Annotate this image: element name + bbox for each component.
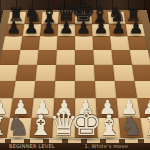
square-g2[interactable] [116, 98, 140, 117]
square-b6[interactable] [20, 36, 40, 50]
square-f7[interactable] [92, 24, 110, 37]
square-g5[interactable] [111, 50, 132, 65]
square-c5[interactable] [37, 50, 57, 65]
square-g4[interactable] [113, 65, 134, 81]
square-c8[interactable] [41, 12, 58, 24]
square-f6[interactable] [93, 36, 112, 50]
square-a7[interactable] [5, 24, 24, 37]
square-h5[interactable] [130, 50, 150, 65]
square-e1[interactable] [75, 118, 98, 139]
square-b3[interactable] [13, 81, 36, 99]
square-e6[interactable] [75, 36, 93, 50]
square-c1[interactable] [29, 118, 53, 139]
square-d5[interactable] [56, 50, 75, 65]
square-b7[interactable] [22, 24, 41, 37]
square-d1[interactable] [52, 118, 75, 139]
square-d3[interactable] [54, 81, 75, 99]
square-d4[interactable] [55, 65, 75, 81]
move-indicator: 1. White's move [85, 144, 128, 149]
level-label: BEGINNER LEVEL [9, 144, 55, 149]
square-e3[interactable] [75, 81, 96, 99]
square-c3[interactable] [34, 81, 56, 99]
square-a8[interactable] [8, 12, 27, 24]
square-e4[interactable] [75, 65, 95, 81]
square-d8[interactable] [58, 12, 75, 24]
square-f2[interactable] [96, 98, 119, 117]
square-h7[interactable] [126, 24, 145, 37]
square-h4[interactable] [132, 65, 150, 81]
square-e2[interactable] [75, 98, 97, 117]
chess-app-screen: ♜♞♝♛♚♝♞♜♟♟♟♟♟♟♟♟♟♟♟♟♟♟♟♟♜♞♝♛♚♝♞♜ BEGINNE… [0, 0, 150, 150]
square-f4[interactable] [94, 65, 115, 81]
square-b2[interactable] [10, 98, 34, 117]
square-b1[interactable] [7, 118, 32, 139]
square-d6[interactable] [57, 36, 75, 50]
square-f8[interactable] [91, 12, 108, 24]
square-h3[interactable] [134, 81, 150, 99]
square-c6[interactable] [39, 36, 58, 50]
square-b5[interactable] [18, 50, 39, 65]
square-b8[interactable] [24, 12, 42, 24]
square-d7[interactable] [57, 24, 75, 37]
square-g6[interactable] [110, 36, 130, 50]
square-c2[interactable] [32, 98, 55, 117]
square-h6[interactable] [128, 36, 148, 50]
square-h8[interactable] [124, 12, 143, 24]
square-d2[interactable] [53, 98, 75, 117]
square-c4[interactable] [35, 65, 56, 81]
square-c7[interactable] [40, 24, 58, 37]
square-f3[interactable] [95, 81, 117, 99]
square-f1[interactable] [97, 118, 121, 139]
square-e8[interactable] [75, 12, 92, 24]
square-h2[interactable] [137, 98, 150, 117]
square-a6[interactable] [2, 36, 22, 50]
square-g7[interactable] [109, 24, 128, 37]
square-g8[interactable] [107, 12, 125, 24]
square-e5[interactable] [75, 50, 94, 65]
status-bar: BEGINNER LEVEL 1. White's move [0, 143, 150, 150]
square-g3[interactable] [115, 81, 138, 99]
square-f5[interactable] [93, 50, 113, 65]
board-grid [0, 12, 150, 139]
square-e7[interactable] [75, 24, 93, 37]
square-b4[interactable] [16, 65, 37, 81]
chess-board[interactable] [0, 10, 150, 142]
